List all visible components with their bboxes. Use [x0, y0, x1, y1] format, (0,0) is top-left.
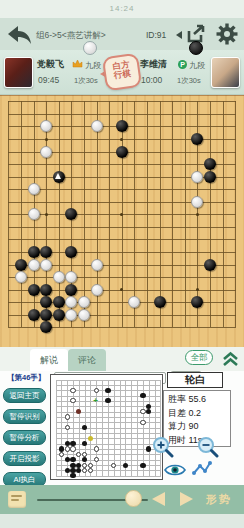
mini-black-stone — [140, 463, 145, 468]
mini-white-stone — [82, 452, 87, 457]
mini-black-stone — [123, 463, 128, 468]
mini-white-stone — [88, 468, 93, 473]
star-point — [196, 213, 199, 216]
button-start-projection[interactable]: 开启投影 — [3, 451, 46, 466]
grid-line — [114, 380, 115, 476]
button-pause-analysis[interactable]: 暂停分析 — [3, 430, 46, 445]
next-move-button[interactable] — [180, 492, 193, 506]
mini-black-stone — [70, 473, 75, 478]
black-stone — [65, 246, 77, 258]
mini-black-stone — [59, 446, 64, 451]
star-point — [120, 213, 123, 216]
white-stone — [91, 120, 103, 132]
black-stone — [65, 208, 77, 220]
mini-black-stone — [70, 463, 75, 468]
grid-line — [8, 239, 236, 240]
black-stone — [204, 259, 216, 271]
black-stone — [28, 284, 40, 296]
star-point — [120, 288, 123, 291]
white-stone — [65, 309, 77, 321]
back-arrow-icon[interactable] — [6, 25, 32, 45]
grid-line — [131, 380, 132, 476]
grid-line — [56, 438, 162, 439]
tab-commentary[interactable]: 解说 — [30, 349, 68, 371]
pro-badge-icon: P — [178, 60, 187, 69]
grid-line — [56, 428, 162, 429]
white-stone — [40, 120, 52, 132]
white-stone — [91, 284, 103, 296]
mini-black-stone — [146, 446, 151, 451]
go-board[interactable] — [0, 95, 244, 347]
mini-white-stone — [88, 463, 93, 468]
mini-white-stone — [94, 457, 99, 462]
analysis-panel: 【第46手】 返回主页 暂停识别 暂停分析 开启投影 AI执白 开始落子 + 轮… — [0, 371, 244, 485]
all-filter-button[interactable]: 全部 — [185, 350, 213, 365]
white-to-move-stamp: 白方 行棋 — [102, 53, 142, 92]
black-stone — [28, 246, 40, 258]
black-stone — [204, 158, 216, 170]
grid-line — [134, 101, 135, 327]
black-stone — [40, 309, 52, 321]
mini-black-stone — [76, 468, 81, 473]
grid-line — [8, 227, 236, 228]
black-stone — [116, 120, 128, 132]
eye-icon[interactable] — [164, 463, 186, 477]
zoom-in-icon[interactable] — [152, 436, 174, 458]
grid-line — [125, 380, 126, 476]
grid-line — [149, 380, 150, 476]
room-title: 组6->5<燕艺讲解> — [36, 30, 106, 42]
white-stone — [15, 271, 27, 283]
white-stone — [65, 296, 77, 308]
zoom-out-icon[interactable] — [197, 436, 219, 458]
point-diff: 目差 0.2 — [168, 407, 230, 421]
mini-black-stone — [140, 393, 145, 398]
left-player-avatar[interactable] — [4, 57, 33, 88]
black-stone — [53, 296, 65, 308]
mini-white-stone — [140, 409, 145, 414]
ai-candidate-marker — [88, 436, 93, 441]
mini-white-stone — [111, 463, 116, 468]
crown-rank-icon — [72, 59, 83, 68]
left-player-byoyomi: 1次30s — [74, 76, 98, 86]
grid-line — [137, 380, 138, 476]
grid-line — [56, 454, 162, 455]
move-number-label: 【第46手】 — [7, 373, 45, 383]
recognition-mini-board[interactable]: + — [50, 374, 163, 480]
playback-toolbar: 形势 — [0, 485, 244, 514]
mini-white-stone — [140, 420, 145, 425]
left-player-name: 党毅飞 — [37, 58, 64, 71]
mini-white-stone — [94, 446, 99, 451]
bottom-strip — [0, 514, 244, 528]
star-point — [45, 138, 48, 141]
white-stone — [78, 296, 90, 308]
black-stone — [204, 171, 216, 183]
mini-white-stone — [82, 463, 87, 468]
black-stone — [116, 146, 128, 158]
mini-black-stone — [76, 463, 81, 468]
black-stone-indicator — [189, 41, 203, 55]
mini-black-stone — [82, 457, 87, 462]
black-stone — [53, 309, 65, 321]
go-app-screen: { "game": "go", "status_bar": { "time": … — [0, 0, 244, 528]
button-return-home[interactable]: 返回主页 — [3, 388, 46, 403]
grid-line — [147, 101, 148, 327]
mini-white-stone — [65, 446, 70, 451]
turn-indicator: 轮白 — [167, 372, 223, 388]
black-stone — [191, 133, 203, 145]
collapse-left-icon[interactable] — [176, 31, 182, 39]
mini-black-stone — [82, 425, 87, 430]
button-pause-recognition[interactable]: 暂停识别 — [3, 409, 46, 424]
white-stone — [191, 171, 203, 183]
collapse-panel-icon[interactable] — [222, 351, 239, 367]
white-stone — [91, 259, 103, 271]
black-stone — [15, 259, 27, 271]
mini-white-stone — [65, 414, 70, 419]
white-stone — [128, 296, 140, 308]
star-point — [45, 213, 48, 216]
mini-white-stone — [70, 398, 75, 403]
mini-black-stone — [82, 441, 87, 446]
white-stone — [28, 183, 40, 195]
situation-button[interactable]: 形势 — [206, 492, 232, 507]
white-stone — [40, 259, 52, 271]
mini-white-stone — [70, 388, 75, 393]
mini-white-stone — [59, 452, 64, 457]
white-stone — [28, 259, 40, 271]
grid-line — [8, 277, 236, 278]
mini-black-stone — [65, 457, 70, 462]
mini-black-stone — [105, 388, 110, 393]
game-id-label: ID:91 — [146, 30, 166, 40]
tab-strip: 解说 评论 全部 — [0, 347, 244, 371]
grid-line — [172, 101, 173, 327]
grid-line — [120, 380, 121, 476]
clock-time: 14:24 — [0, 4, 244, 13]
variation-graph-icon[interactable] — [192, 460, 212, 478]
mini-black-stone — [105, 398, 110, 403]
black-stone — [40, 246, 52, 258]
left-player-clock: 09:45 — [38, 75, 59, 85]
black-stone — [154, 296, 166, 308]
white-stone — [191, 196, 203, 208]
right-player-clock: 10:00 — [141, 75, 162, 85]
mini-black-stone — [70, 457, 75, 462]
ai-suggestion-marker: + — [93, 398, 98, 404]
black-stone — [40, 321, 52, 333]
white-stone-indicator — [83, 41, 97, 55]
right-player-byoyomi: 1次30s — [177, 76, 201, 86]
mini-black-stone — [65, 468, 70, 473]
win-rate: 胜率 55.6 — [168, 393, 230, 407]
grid-line — [210, 101, 211, 327]
black-stone — [40, 284, 52, 296]
comment-icon[interactable] — [8, 491, 26, 508]
right-player-rank: 九段 — [189, 60, 205, 71]
move-slider-knob[interactable] — [125, 490, 142, 507]
grid-line — [235, 101, 236, 327]
black-stone — [191, 296, 203, 308]
black-stone — [65, 284, 77, 296]
mini-white-stone — [94, 388, 99, 393]
right-player-avatar[interactable] — [211, 57, 240, 88]
star-point — [120, 138, 123, 141]
mini-white-stone — [82, 468, 87, 473]
mini-white-stone — [70, 446, 75, 451]
left-player-rank: 九段 — [85, 60, 101, 71]
settings-gear-icon[interactable] — [215, 22, 239, 46]
title-bar: 组6->5<燕艺讲解> ID:91 — [0, 18, 244, 50]
mini-black-stone — [146, 409, 151, 414]
grid-line — [160, 101, 161, 327]
grid-line — [185, 101, 186, 327]
black-stone — [28, 309, 40, 321]
last-move-marker — [55, 173, 61, 179]
white-stone — [28, 208, 40, 220]
status-bar: 14:24 — [0, 0, 244, 18]
white-stone — [53, 271, 65, 283]
grid-line — [160, 380, 161, 476]
mini-white-stone — [76, 452, 81, 457]
black-stone — [40, 296, 52, 308]
grid-line — [155, 380, 156, 476]
tab-comments[interactable]: 评论 — [68, 349, 106, 371]
white-stone — [65, 271, 77, 283]
right-player-name: 李维清 — [140, 58, 167, 71]
white-stone — [40, 146, 52, 158]
star-point — [196, 288, 199, 291]
grid-line — [223, 101, 224, 327]
mini-white-stone — [65, 425, 70, 430]
previous-move-button[interactable] — [152, 492, 165, 506]
white-stone — [78, 309, 90, 321]
compute-power: 算力 90 — [168, 420, 230, 434]
mini-black-stone — [76, 409, 81, 414]
grid-line — [56, 433, 162, 434]
